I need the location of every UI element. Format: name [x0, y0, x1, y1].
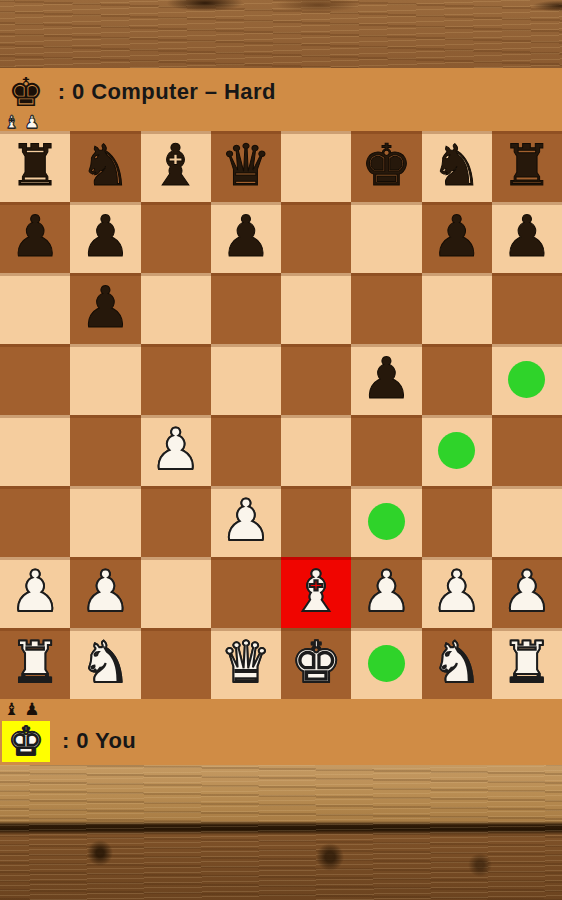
legal-move-dot [368, 645, 405, 682]
player-player-line: ♚ : 0 You [0, 718, 562, 764]
black-king: ♚ [361, 137, 412, 194]
square-c3[interactable] [141, 486, 211, 557]
square-d6[interactable] [211, 273, 281, 344]
white-bishop: ♝ [291, 563, 342, 620]
square-g6[interactable] [422, 273, 492, 344]
white-knight: ♞ [431, 634, 482, 691]
square-a2[interactable]: ♟ [0, 557, 70, 628]
black-rook: ♜ [10, 137, 61, 194]
square-b5[interactable] [70, 344, 140, 415]
square-e7[interactable] [281, 202, 351, 273]
opponent-bar: ♚ : 0 Computer – Hard ♝♟ [0, 68, 562, 131]
square-c4[interactable]: ♟ [141, 415, 211, 486]
black-pawn: ♟ [431, 208, 482, 265]
black-queen: ♛ [220, 137, 271, 194]
square-g3[interactable] [422, 486, 492, 557]
square-b7[interactable]: ♟ [70, 202, 140, 273]
square-g5[interactable] [422, 344, 492, 415]
legal-move-dot [508, 361, 545, 398]
player-label: : 0 You [62, 728, 136, 754]
white-pawn: ♟ [501, 563, 552, 620]
square-b2[interactable]: ♟ [70, 557, 140, 628]
square-h5[interactable] [492, 344, 562, 415]
captured-white-bishop-icon: ♝ [4, 114, 19, 131]
captured-white-pawn-icon: ♟ [24, 114, 39, 131]
square-e1[interactable]: ♚ [281, 628, 351, 699]
black-knight: ♞ [80, 137, 131, 194]
square-b1[interactable]: ♞ [70, 628, 140, 699]
opponent-captured-tray: ♝♟ [0, 112, 562, 131]
square-h7[interactable]: ♟ [492, 202, 562, 273]
square-f5[interactable]: ♟ [351, 344, 421, 415]
white-rook: ♜ [501, 634, 552, 691]
wood-background-bottom [0, 765, 562, 900]
turn-indicator-box: ♚ [2, 721, 50, 762]
player-captured-tray: ♝♟ [0, 699, 562, 718]
white-pawn: ♟ [80, 563, 131, 620]
captured-black-bishop-icon: ♝ [4, 701, 19, 718]
square-e3[interactable] [281, 486, 351, 557]
opponent-label: : 0 Computer – Hard [58, 79, 276, 105]
chess-board[interactable]: ♜♞♝♛♚♞♜♟♟♟♟♟♟♟♟♟♟♟♝♟♟♟♜♞♛♚♞♜ [0, 131, 562, 699]
square-c8[interactable]: ♝ [141, 131, 211, 202]
square-h4[interactable] [492, 415, 562, 486]
square-e8[interactable] [281, 131, 351, 202]
square-e2[interactable]: ♝ [281, 557, 351, 628]
white-pawn: ♟ [361, 563, 412, 620]
square-f8[interactable]: ♚ [351, 131, 421, 202]
square-c5[interactable] [141, 344, 211, 415]
square-a1[interactable]: ♜ [0, 628, 70, 699]
black-pawn: ♟ [220, 208, 271, 265]
black-pawn: ♟ [80, 279, 131, 336]
square-b3[interactable] [70, 486, 140, 557]
white-rook: ♜ [10, 634, 61, 691]
square-d5[interactable] [211, 344, 281, 415]
white-queen: ♛ [220, 634, 271, 691]
square-f2[interactable]: ♟ [351, 557, 421, 628]
square-h3[interactable] [492, 486, 562, 557]
square-d4[interactable] [211, 415, 281, 486]
player-bar: ♝♟ ♚ : 0 You [0, 699, 562, 765]
square-f1[interactable] [351, 628, 421, 699]
square-h1[interactable]: ♜ [492, 628, 562, 699]
legal-move-dot [438, 432, 475, 469]
black-knight: ♞ [431, 137, 482, 194]
white-pawn: ♟ [10, 563, 61, 620]
square-d8[interactable]: ♛ [211, 131, 281, 202]
square-d3[interactable]: ♟ [211, 486, 281, 557]
square-d7[interactable]: ♟ [211, 202, 281, 273]
chess-app-screen: ♚ : 0 Computer – Hard ♝♟ ♜♞♝♛♚♞♜♟♟♟♟♟♟♟♟… [0, 0, 562, 900]
white-king: ♚ [291, 634, 342, 691]
square-g1[interactable]: ♞ [422, 628, 492, 699]
square-f7[interactable] [351, 202, 421, 273]
wood-background-top [0, 0, 562, 68]
square-c7[interactable] [141, 202, 211, 273]
white-pawn: ♟ [431, 563, 482, 620]
white-pawn: ♟ [220, 492, 271, 549]
square-c2[interactable] [141, 557, 211, 628]
square-h2[interactable]: ♟ [492, 557, 562, 628]
square-g4[interactable] [422, 415, 492, 486]
white-king-icon: ♚ [8, 721, 44, 761]
black-king-icon: ♚ [8, 72, 44, 112]
square-h6[interactable] [492, 273, 562, 344]
square-c6[interactable] [141, 273, 211, 344]
square-f6[interactable] [351, 273, 421, 344]
legal-move-dot [368, 503, 405, 540]
black-rook: ♜ [501, 137, 552, 194]
square-e6[interactable] [281, 273, 351, 344]
square-g7[interactable]: ♟ [422, 202, 492, 273]
square-g8[interactable]: ♞ [422, 131, 492, 202]
square-a5[interactable] [0, 344, 70, 415]
square-h8[interactable]: ♜ [492, 131, 562, 202]
black-pawn: ♟ [80, 208, 131, 265]
black-pawn: ♟ [501, 208, 552, 265]
square-a6[interactable] [0, 273, 70, 344]
square-f4[interactable] [351, 415, 421, 486]
square-d1[interactable]: ♛ [211, 628, 281, 699]
square-b8[interactable]: ♞ [70, 131, 140, 202]
square-a8[interactable]: ♜ [0, 131, 70, 202]
black-pawn: ♟ [10, 208, 61, 265]
square-a3[interactable] [0, 486, 70, 557]
square-g2[interactable]: ♟ [422, 557, 492, 628]
black-bishop: ♝ [150, 137, 201, 194]
opponent-player-line: ♚ : 0 Computer – Hard [0, 68, 562, 112]
square-e4[interactable] [281, 415, 351, 486]
captured-black-pawn-icon: ♟ [24, 701, 39, 718]
square-a4[interactable] [0, 415, 70, 486]
square-f3[interactable] [351, 486, 421, 557]
square-b4[interactable] [70, 415, 140, 486]
white-pawn: ♟ [150, 421, 201, 478]
square-e5[interactable] [281, 344, 351, 415]
square-b6[interactable]: ♟ [70, 273, 140, 344]
square-a7[interactable]: ♟ [0, 202, 70, 273]
square-d2[interactable] [211, 557, 281, 628]
black-pawn: ♟ [361, 350, 412, 407]
white-knight: ♞ [80, 634, 131, 691]
square-c1[interactable] [141, 628, 211, 699]
